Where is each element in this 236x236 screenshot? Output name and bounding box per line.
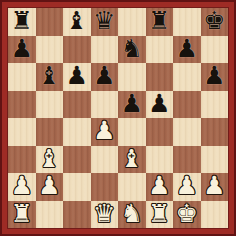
- white-bishop-icon[interactable]: ♝: [38, 146, 60, 173]
- square-c7[interactable]: [63, 36, 91, 64]
- chess-board[interactable]: ♜♝♛♜♚♟♞♟♝♟♟♟♟♟♟♝♝♟♟♟♟♟♜♛♞♜♚: [8, 8, 228, 228]
- square-d6[interactable]: ♟: [91, 63, 119, 91]
- square-a2[interactable]: ♟: [8, 173, 36, 201]
- black-pawn-icon[interactable]: ♟: [66, 63, 88, 90]
- square-d2[interactable]: [91, 173, 119, 201]
- square-h4[interactable]: [201, 118, 229, 146]
- black-pawn-icon[interactable]: ♟: [148, 91, 170, 118]
- square-b1[interactable]: [36, 201, 64, 229]
- square-f6[interactable]: [146, 63, 174, 91]
- white-bishop-icon[interactable]: ♝: [121, 146, 143, 173]
- white-pawn-icon[interactable]: ♟: [176, 173, 198, 200]
- square-e8[interactable]: [118, 8, 146, 36]
- black-pawn-icon[interactable]: ♟: [176, 36, 198, 63]
- square-a4[interactable]: [8, 118, 36, 146]
- square-d7[interactable]: [91, 36, 119, 64]
- square-f1[interactable]: ♜: [146, 201, 174, 229]
- white-king-icon[interactable]: ♚: [176, 201, 198, 228]
- square-e4[interactable]: [118, 118, 146, 146]
- square-c8[interactable]: ♝: [63, 8, 91, 36]
- square-c5[interactable]: [63, 91, 91, 119]
- square-h8[interactable]: ♚: [201, 8, 229, 36]
- white-pawn-icon[interactable]: ♟: [148, 173, 170, 200]
- square-d3[interactable]: [91, 146, 119, 174]
- square-f7[interactable]: [146, 36, 174, 64]
- square-e3[interactable]: ♝: [118, 146, 146, 174]
- square-e6[interactable]: [118, 63, 146, 91]
- square-g2[interactable]: ♟: [173, 173, 201, 201]
- square-d5[interactable]: [91, 91, 119, 119]
- black-pawn-icon[interactable]: ♟: [203, 63, 225, 90]
- square-c6[interactable]: ♟: [63, 63, 91, 91]
- square-f5[interactable]: ♟: [146, 91, 174, 119]
- square-f8[interactable]: ♜: [146, 8, 174, 36]
- square-e2[interactable]: [118, 173, 146, 201]
- square-f2[interactable]: ♟: [146, 173, 174, 201]
- white-pawn-icon[interactable]: ♟: [38, 173, 60, 200]
- square-g5[interactable]: [173, 91, 201, 119]
- square-e7[interactable]: ♞: [118, 36, 146, 64]
- black-pawn-icon[interactable]: ♟: [93, 63, 115, 90]
- white-pawn-icon[interactable]: ♟: [93, 118, 115, 145]
- square-b7[interactable]: [36, 36, 64, 64]
- black-king-icon[interactable]: ♚: [203, 8, 225, 35]
- square-h7[interactable]: [201, 36, 229, 64]
- square-a1[interactable]: ♜: [8, 201, 36, 229]
- black-bishop-icon[interactable]: ♝: [66, 8, 88, 35]
- square-h6[interactable]: ♟: [201, 63, 229, 91]
- square-a5[interactable]: [8, 91, 36, 119]
- square-e5[interactable]: ♟: [118, 91, 146, 119]
- black-rook-icon[interactable]: ♜: [148, 8, 170, 35]
- square-b3[interactable]: ♝: [36, 146, 64, 174]
- white-pawn-icon[interactable]: ♟: [203, 173, 225, 200]
- square-g8[interactable]: [173, 8, 201, 36]
- square-f4[interactable]: [146, 118, 174, 146]
- square-h1[interactable]: [201, 201, 229, 229]
- black-pawn-icon[interactable]: ♟: [11, 36, 33, 63]
- square-d4[interactable]: ♟: [91, 118, 119, 146]
- square-a3[interactable]: [8, 146, 36, 174]
- square-f3[interactable]: [146, 146, 174, 174]
- square-g1[interactable]: ♚: [173, 201, 201, 229]
- square-h5[interactable]: [201, 91, 229, 119]
- square-d1[interactable]: ♛: [91, 201, 119, 229]
- board-frame: ♜♝♛♜♚♟♞♟♝♟♟♟♟♟♟♝♝♟♟♟♟♟♜♛♞♜♚: [0, 0, 236, 236]
- square-c2[interactable]: [63, 173, 91, 201]
- white-rook-icon[interactable]: ♜: [148, 201, 170, 228]
- white-pawn-icon[interactable]: ♟: [11, 173, 33, 200]
- square-b8[interactable]: [36, 8, 64, 36]
- square-g7[interactable]: ♟: [173, 36, 201, 64]
- square-g3[interactable]: [173, 146, 201, 174]
- square-d8[interactable]: ♛: [91, 8, 119, 36]
- square-b5[interactable]: [36, 91, 64, 119]
- white-knight-icon[interactable]: ♞: [121, 201, 143, 228]
- square-b2[interactable]: ♟: [36, 173, 64, 201]
- square-g4[interactable]: [173, 118, 201, 146]
- square-a7[interactable]: ♟: [8, 36, 36, 64]
- square-c1[interactable]: [63, 201, 91, 229]
- square-g6[interactable]: [173, 63, 201, 91]
- square-b6[interactable]: ♝: [36, 63, 64, 91]
- square-e1[interactable]: ♞: [118, 201, 146, 229]
- square-a8[interactable]: ♜: [8, 8, 36, 36]
- black-pawn-icon[interactable]: ♟: [121, 91, 143, 118]
- white-rook-icon[interactable]: ♜: [11, 201, 33, 228]
- black-rook-icon[interactable]: ♜: [11, 8, 33, 35]
- square-a6[interactable]: [8, 63, 36, 91]
- square-h2[interactable]: ♟: [201, 173, 229, 201]
- black-bishop-icon[interactable]: ♝: [38, 63, 60, 90]
- white-queen-icon[interactable]: ♛: [93, 201, 115, 228]
- black-knight-icon[interactable]: ♞: [121, 36, 143, 63]
- square-c3[interactable]: [63, 146, 91, 174]
- square-b4[interactable]: [36, 118, 64, 146]
- black-queen-icon[interactable]: ♛: [93, 8, 115, 35]
- square-c4[interactable]: [63, 118, 91, 146]
- square-h3[interactable]: [201, 146, 229, 174]
